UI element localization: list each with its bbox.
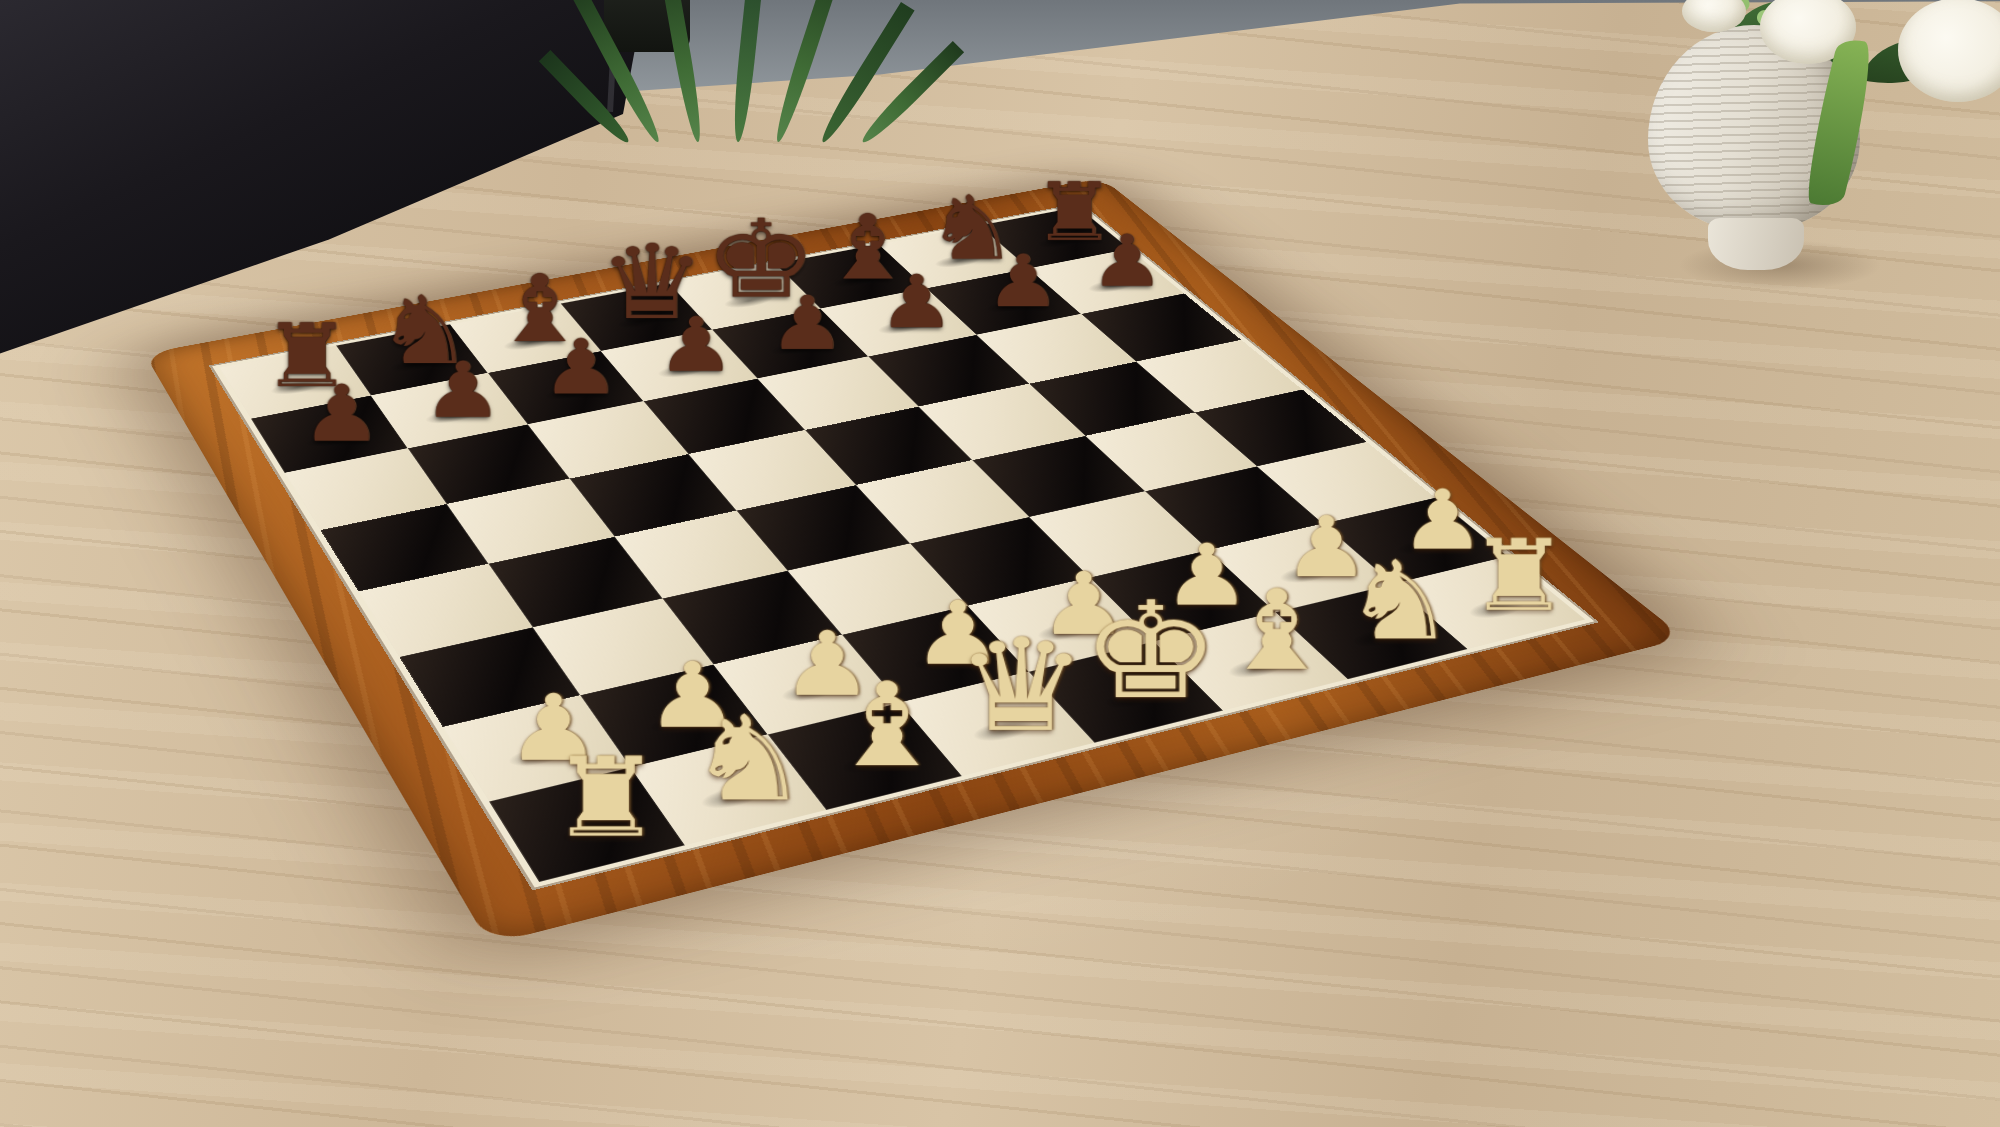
black-pawn-a7[interactable]: ♟ bbox=[301, 377, 382, 451]
black-pawn-c7[interactable]: ♟ bbox=[541, 332, 620, 404]
white-king-e1[interactable]: ♚ bbox=[1081, 588, 1220, 715]
scene: ♜♞♝♛♚♝♞♜♟♟♟♟♟♟♟♟♟♟♟♟♟♟♟♟♜♞♝♛♚♝♞♜ Wooden … bbox=[0, 0, 2000, 1127]
white-bishop-c1[interactable]: ♝ bbox=[827, 670, 948, 780]
white-queen-d1[interactable]: ♛ bbox=[954, 626, 1087, 747]
black-pawn-e7[interactable]: ♟ bbox=[769, 288, 846, 358]
white-knight-g1[interactable]: ♞ bbox=[1343, 549, 1457, 653]
white-bishop-f1[interactable]: ♝ bbox=[1219, 578, 1334, 683]
square-f4[interactable] bbox=[972, 436, 1145, 517]
white-knight-b1[interactable]: ♞ bbox=[687, 703, 810, 815]
white-rose bbox=[1898, 0, 2000, 102]
black-pawn-h7[interactable]: ♟ bbox=[1089, 228, 1163, 296]
vase-foot bbox=[1708, 218, 1804, 270]
plant-leaf bbox=[730, 0, 764, 143]
black-pawn-f7[interactable]: ♟ bbox=[878, 268, 954, 337]
white-rook-h1[interactable]: ♜ bbox=[1467, 530, 1569, 623]
white-rook-a1[interactable]: ♜ bbox=[549, 747, 663, 851]
plant-leaf bbox=[816, 2, 914, 146]
black-pawn-d7[interactable]: ♟ bbox=[656, 310, 734, 381]
potted-plant bbox=[590, 0, 950, 172]
black-pawn-b7[interactable]: ♟ bbox=[423, 354, 503, 427]
black-pawn-g7[interactable]: ♟ bbox=[985, 247, 1060, 315]
flower-vase-group bbox=[1630, 0, 2000, 320]
